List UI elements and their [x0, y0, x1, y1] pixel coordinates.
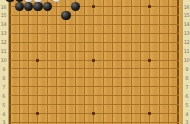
grid-line-vertical [168, 0, 169, 124]
row-label: 3 [0, 119, 7, 124]
row-label: 7 [183, 84, 190, 90]
black-stone [61, 11, 71, 21]
grid-line-vertical [9, 0, 11, 124]
grid-line-vertical [131, 0, 132, 124]
row-label: 8 [183, 75, 190, 81]
grid-line-vertical [159, 0, 160, 124]
row-label: 12 [0, 39, 7, 45]
row-label: 3 [183, 119, 190, 124]
row-label: 9 [0, 66, 7, 72]
grid-line-vertical [37, 0, 38, 124]
row-label: 10 [183, 57, 190, 63]
grid-line-vertical [19, 0, 20, 124]
row-label: 15 [0, 12, 7, 18]
row-label: 13 [183, 30, 190, 36]
grid-line-horizontal [10, 77, 179, 78]
grid-line-vertical [121, 0, 122, 124]
star-point [148, 59, 151, 62]
row-label: 10 [0, 57, 7, 63]
row-label: 6 [0, 93, 7, 99]
grid-line-vertical [93, 0, 94, 124]
grid-line-horizontal [10, 51, 179, 52]
grid-line-vertical [56, 0, 57, 124]
grid-line-horizontal [10, 15, 179, 16]
row-label: 13 [0, 30, 7, 36]
grid-line-vertical [103, 0, 104, 124]
row-label: 14 [183, 21, 190, 27]
row-label: 5 [183, 102, 190, 108]
grid-line-horizontal [10, 42, 179, 43]
row-label: 11 [183, 48, 190, 54]
row-label: 14 [0, 21, 7, 27]
grid-line-vertical [140, 0, 141, 124]
grid-line-horizontal [10, 104, 179, 105]
grid-line-vertical [177, 0, 179, 124]
grid-line-vertical [75, 0, 76, 124]
grid-line-horizontal [10, 122, 179, 123]
grid-line-horizontal [10, 68, 179, 69]
grid-line-vertical [112, 0, 113, 124]
row-label: 15 [183, 12, 190, 18]
grid-line-horizontal [10, 24, 179, 25]
go-app-screenshot: 1616151514141313121211111010998877665544… [0, 0, 190, 124]
row-label: 12 [183, 39, 190, 45]
grid-line-horizontal [10, 33, 179, 34]
row-label: 5 [0, 102, 7, 108]
black-stone [33, 2, 43, 12]
grid-line-vertical [28, 0, 29, 124]
row-label: 16 [183, 4, 190, 10]
row-label: 4 [183, 111, 190, 117]
row-label: 4 [0, 111, 7, 117]
row-label: 16 [0, 4, 7, 10]
go-board[interactable] [8, 0, 183, 124]
row-label: 11 [0, 48, 7, 54]
row-label: 8 [0, 75, 7, 81]
row-label: 7 [0, 84, 7, 90]
row-label: 6 [183, 93, 190, 99]
row-label: 9 [183, 66, 190, 72]
grid-line-vertical [47, 0, 48, 124]
grid-line-vertical [84, 0, 85, 124]
grid-line-horizontal [10, 95, 179, 96]
grid-line-vertical [149, 0, 150, 124]
grid-line-horizontal [10, 86, 179, 87]
